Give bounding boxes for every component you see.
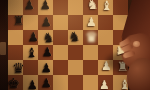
piece-black-pawn-f7[interactable]: ♟ <box>26 29 41 44</box>
piece-black-pawn-g6[interactable]: ♟ <box>39 14 54 29</box>
piece-black-pawn-h7[interactable]: ♟ <box>22 0 37 12</box>
piece-black-knight-f4[interactable]: ♞ <box>67 29 82 44</box>
chess-photo-scene: ♟♟♜♟♟♞♞♝♟♛♟♚♟♟♞♝♟♛♟♜♟♝ ♟ <box>0 0 150 90</box>
piece-white-pawn-c2[interactable]: ♟ <box>97 77 112 90</box>
piece-black-pawn-e6[interactable]: ♟ <box>40 44 55 59</box>
piece-black-knight-f6[interactable]: ♞ <box>41 30 56 45</box>
piece-black-rook-g8[interactable]: ♜ <box>11 13 26 28</box>
piece-white-bishop-h2[interactable]: ♝ <box>99 0 114 13</box>
piece-black-pawn-h6[interactable]: ♟ <box>38 0 53 12</box>
piece-black-king-c8[interactable]: ♚ <box>6 75 21 90</box>
piece-white-knight-h3[interactable]: ♞ <box>85 0 100 12</box>
piece-white-queen-f3[interactable]: ♛ <box>84 29 99 44</box>
piece-black-pawn-c6[interactable]: ♟ <box>39 75 54 90</box>
piece-black-pawn-c7[interactable]: ♟ <box>25 77 40 90</box>
piece-black-queen-d8[interactable]: ♛ <box>11 60 26 75</box>
piece-black-pawn-d6[interactable]: ♟ <box>39 60 54 75</box>
knuckle-highlight <box>133 41 140 47</box>
piece-black-bishop-e7[interactable]: ♝ <box>24 45 39 60</box>
piece-white-pawn-g3[interactable]: ♟ <box>84 14 99 29</box>
